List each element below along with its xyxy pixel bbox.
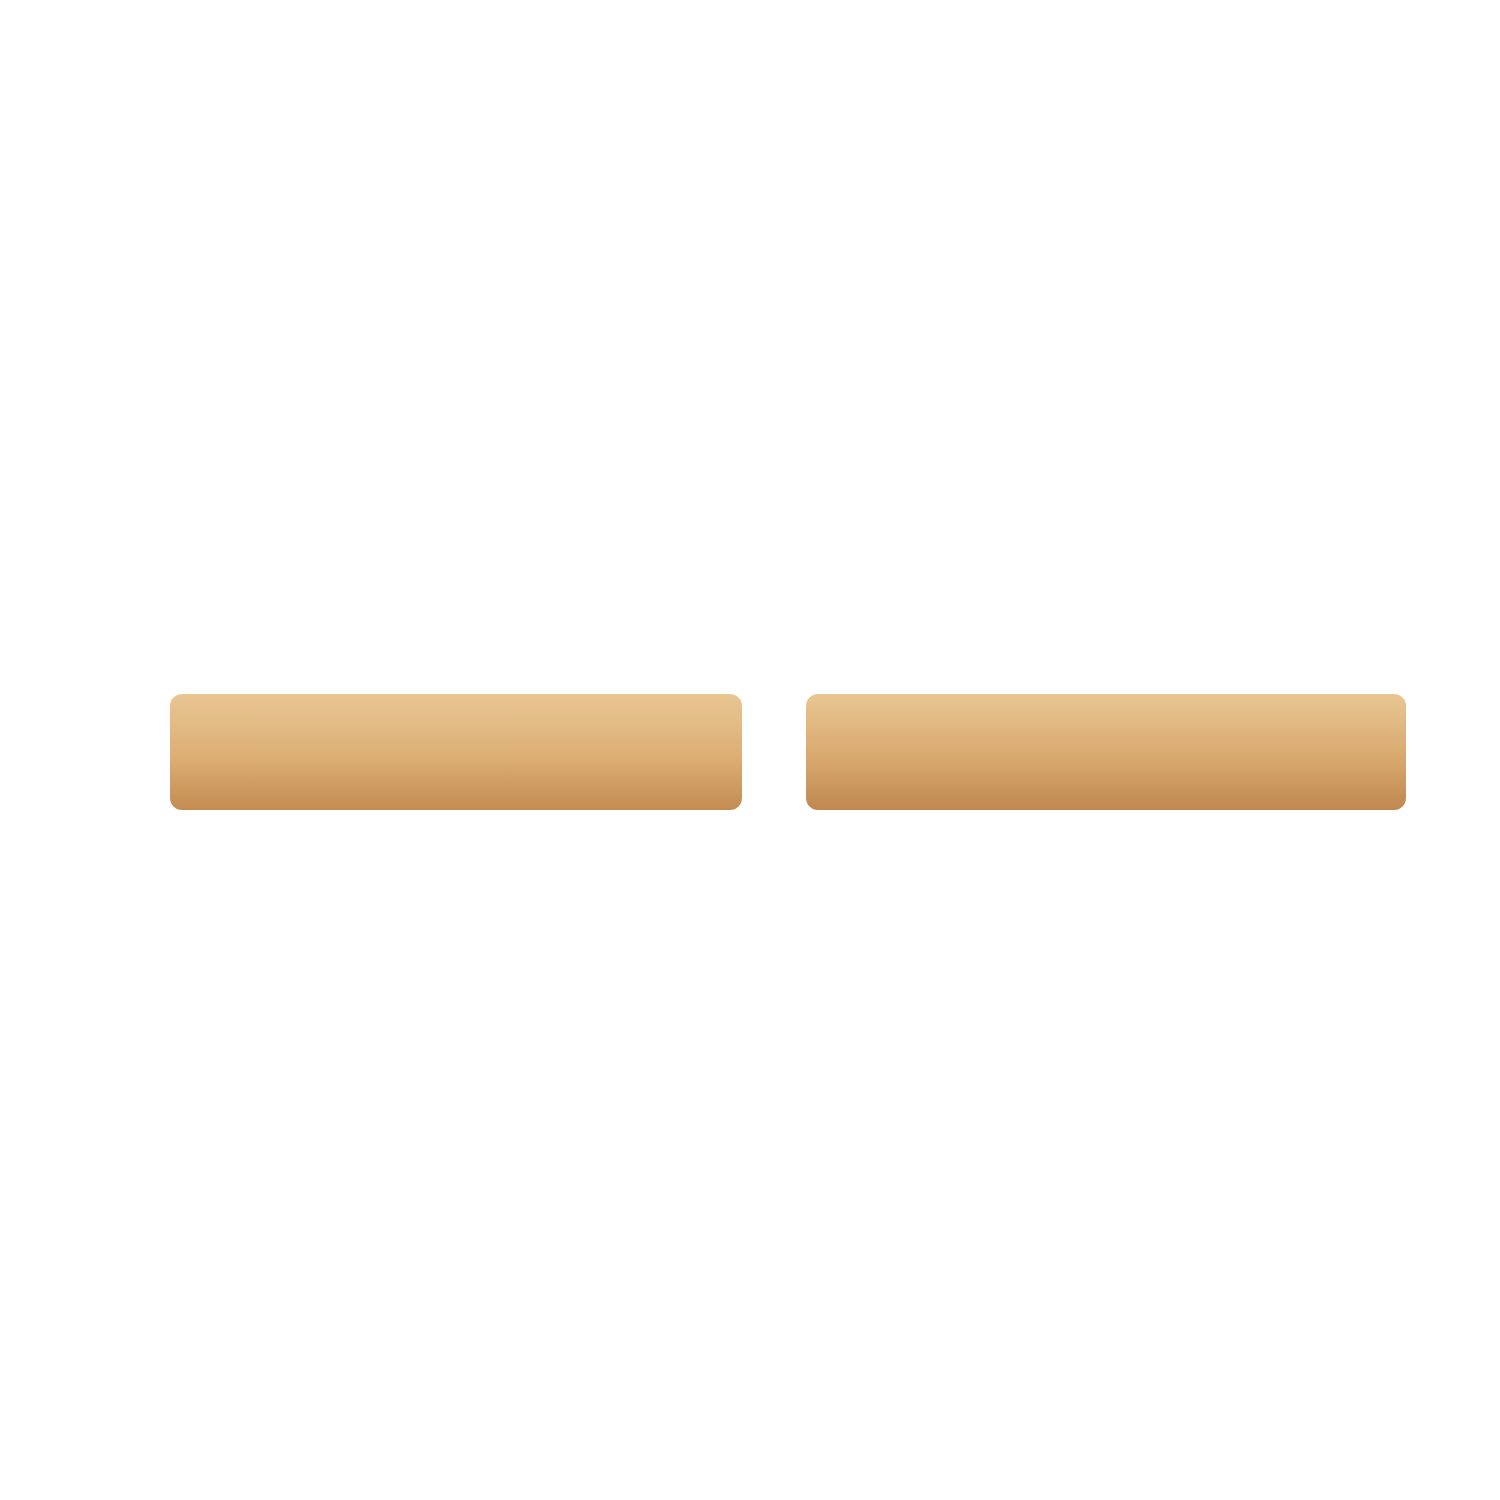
- frame-back-rail-left: [170, 694, 742, 810]
- frame-base-rail-left: [166, 804, 744, 886]
- frame-back-rail-right: [806, 694, 1406, 810]
- product-photo-scene: [0, 0, 1500, 1500]
